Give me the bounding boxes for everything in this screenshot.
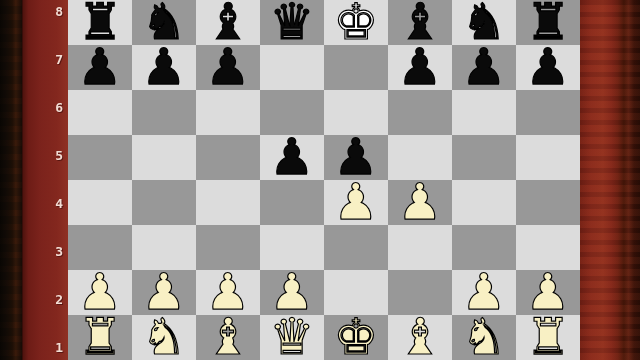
- square-d4[interactable]: [260, 180, 324, 225]
- rank-label-7: 7: [41, 50, 63, 70]
- black-pawn[interactable]: ♟: [78, 45, 123, 90]
- white-bishop[interactable]: ♝: [206, 315, 251, 360]
- table-wood-right: [580, 0, 640, 360]
- rank-label-6: 6: [41, 98, 63, 118]
- white-rook[interactable]: ♜: [526, 315, 571, 360]
- table-wood-left: [0, 0, 22, 360]
- square-h7[interactable]: ♟: [516, 45, 580, 90]
- square-d5[interactable]: ♟: [260, 135, 324, 180]
- square-e7[interactable]: [324, 45, 388, 90]
- white-pawn[interactable]: ♟: [398, 180, 443, 225]
- square-d8[interactable]: ♛: [260, 0, 324, 45]
- square-e1[interactable]: ♚: [324, 315, 388, 360]
- square-d1[interactable]: ♛: [260, 315, 324, 360]
- square-g4[interactable]: [452, 180, 516, 225]
- square-b4[interactable]: [132, 180, 196, 225]
- rank-label-1: 1: [41, 338, 63, 358]
- square-g5[interactable]: [452, 135, 516, 180]
- square-e4[interactable]: ♟: [324, 180, 388, 225]
- square-e8[interactable]: ♚: [324, 0, 388, 45]
- rank-labels-column: 87654321: [22, 0, 68, 360]
- white-queen[interactable]: ♛: [270, 315, 315, 360]
- rank-label-5: 5: [41, 146, 63, 166]
- rank-label-8: 8: [41, 2, 63, 22]
- square-h5[interactable]: [516, 135, 580, 180]
- black-pawn[interactable]: ♟: [270, 135, 315, 180]
- square-c1[interactable]: ♝: [196, 315, 260, 360]
- black-pawn[interactable]: ♟: [142, 45, 187, 90]
- square-a6[interactable]: [68, 90, 132, 135]
- square-f7[interactable]: ♟: [388, 45, 452, 90]
- square-a5[interactable]: [68, 135, 132, 180]
- square-g7[interactable]: ♟: [452, 45, 516, 90]
- chess-app-window: 87654321 ♜♞♝♛♚♝♞♜♟♟♟♟♟♟♟♟♟♟♟♟♟♟♟♟♜♞♝♛♚♝♞…: [0, 0, 640, 360]
- black-pawn[interactable]: ♟: [206, 45, 251, 90]
- black-pawn[interactable]: ♟: [398, 45, 443, 90]
- square-f6[interactable]: [388, 90, 452, 135]
- square-a1[interactable]: ♜: [68, 315, 132, 360]
- square-a4[interactable]: [68, 180, 132, 225]
- rank-label-4: 4: [41, 194, 63, 214]
- square-g6[interactable]: [452, 90, 516, 135]
- white-pawn[interactable]: ♟: [334, 180, 379, 225]
- square-f3[interactable]: [388, 225, 452, 270]
- square-g1[interactable]: ♞: [452, 315, 516, 360]
- black-king[interactable]: ♚: [334, 0, 379, 45]
- rank-label-2: 2: [41, 290, 63, 310]
- square-b1[interactable]: ♞: [132, 315, 196, 360]
- square-h4[interactable]: [516, 180, 580, 225]
- square-h6[interactable]: [516, 90, 580, 135]
- white-rook[interactable]: ♜: [78, 315, 123, 360]
- white-knight[interactable]: ♞: [142, 315, 187, 360]
- square-c5[interactable]: [196, 135, 260, 180]
- black-pawn[interactable]: ♟: [526, 45, 571, 90]
- square-e3[interactable]: [324, 225, 388, 270]
- white-knight[interactable]: ♞: [462, 315, 507, 360]
- square-c7[interactable]: ♟: [196, 45, 260, 90]
- square-f1[interactable]: ♝: [388, 315, 452, 360]
- square-c4[interactable]: [196, 180, 260, 225]
- square-b6[interactable]: [132, 90, 196, 135]
- square-b7[interactable]: ♟: [132, 45, 196, 90]
- black-pawn[interactable]: ♟: [462, 45, 507, 90]
- black-queen[interactable]: ♛: [270, 0, 315, 45]
- square-c6[interactable]: [196, 90, 260, 135]
- square-d7[interactable]: [260, 45, 324, 90]
- white-king[interactable]: ♚: [334, 315, 379, 360]
- white-bishop[interactable]: ♝: [398, 315, 443, 360]
- square-b5[interactable]: [132, 135, 196, 180]
- square-f4[interactable]: ♟: [388, 180, 452, 225]
- chess-board[interactable]: ♜♞♝♛♚♝♞♜♟♟♟♟♟♟♟♟♟♟♟♟♟♟♟♟♜♞♝♛♚♝♞♜: [68, 0, 580, 360]
- square-a7[interactable]: ♟: [68, 45, 132, 90]
- rank-label-3: 3: [41, 242, 63, 262]
- square-h1[interactable]: ♜: [516, 315, 580, 360]
